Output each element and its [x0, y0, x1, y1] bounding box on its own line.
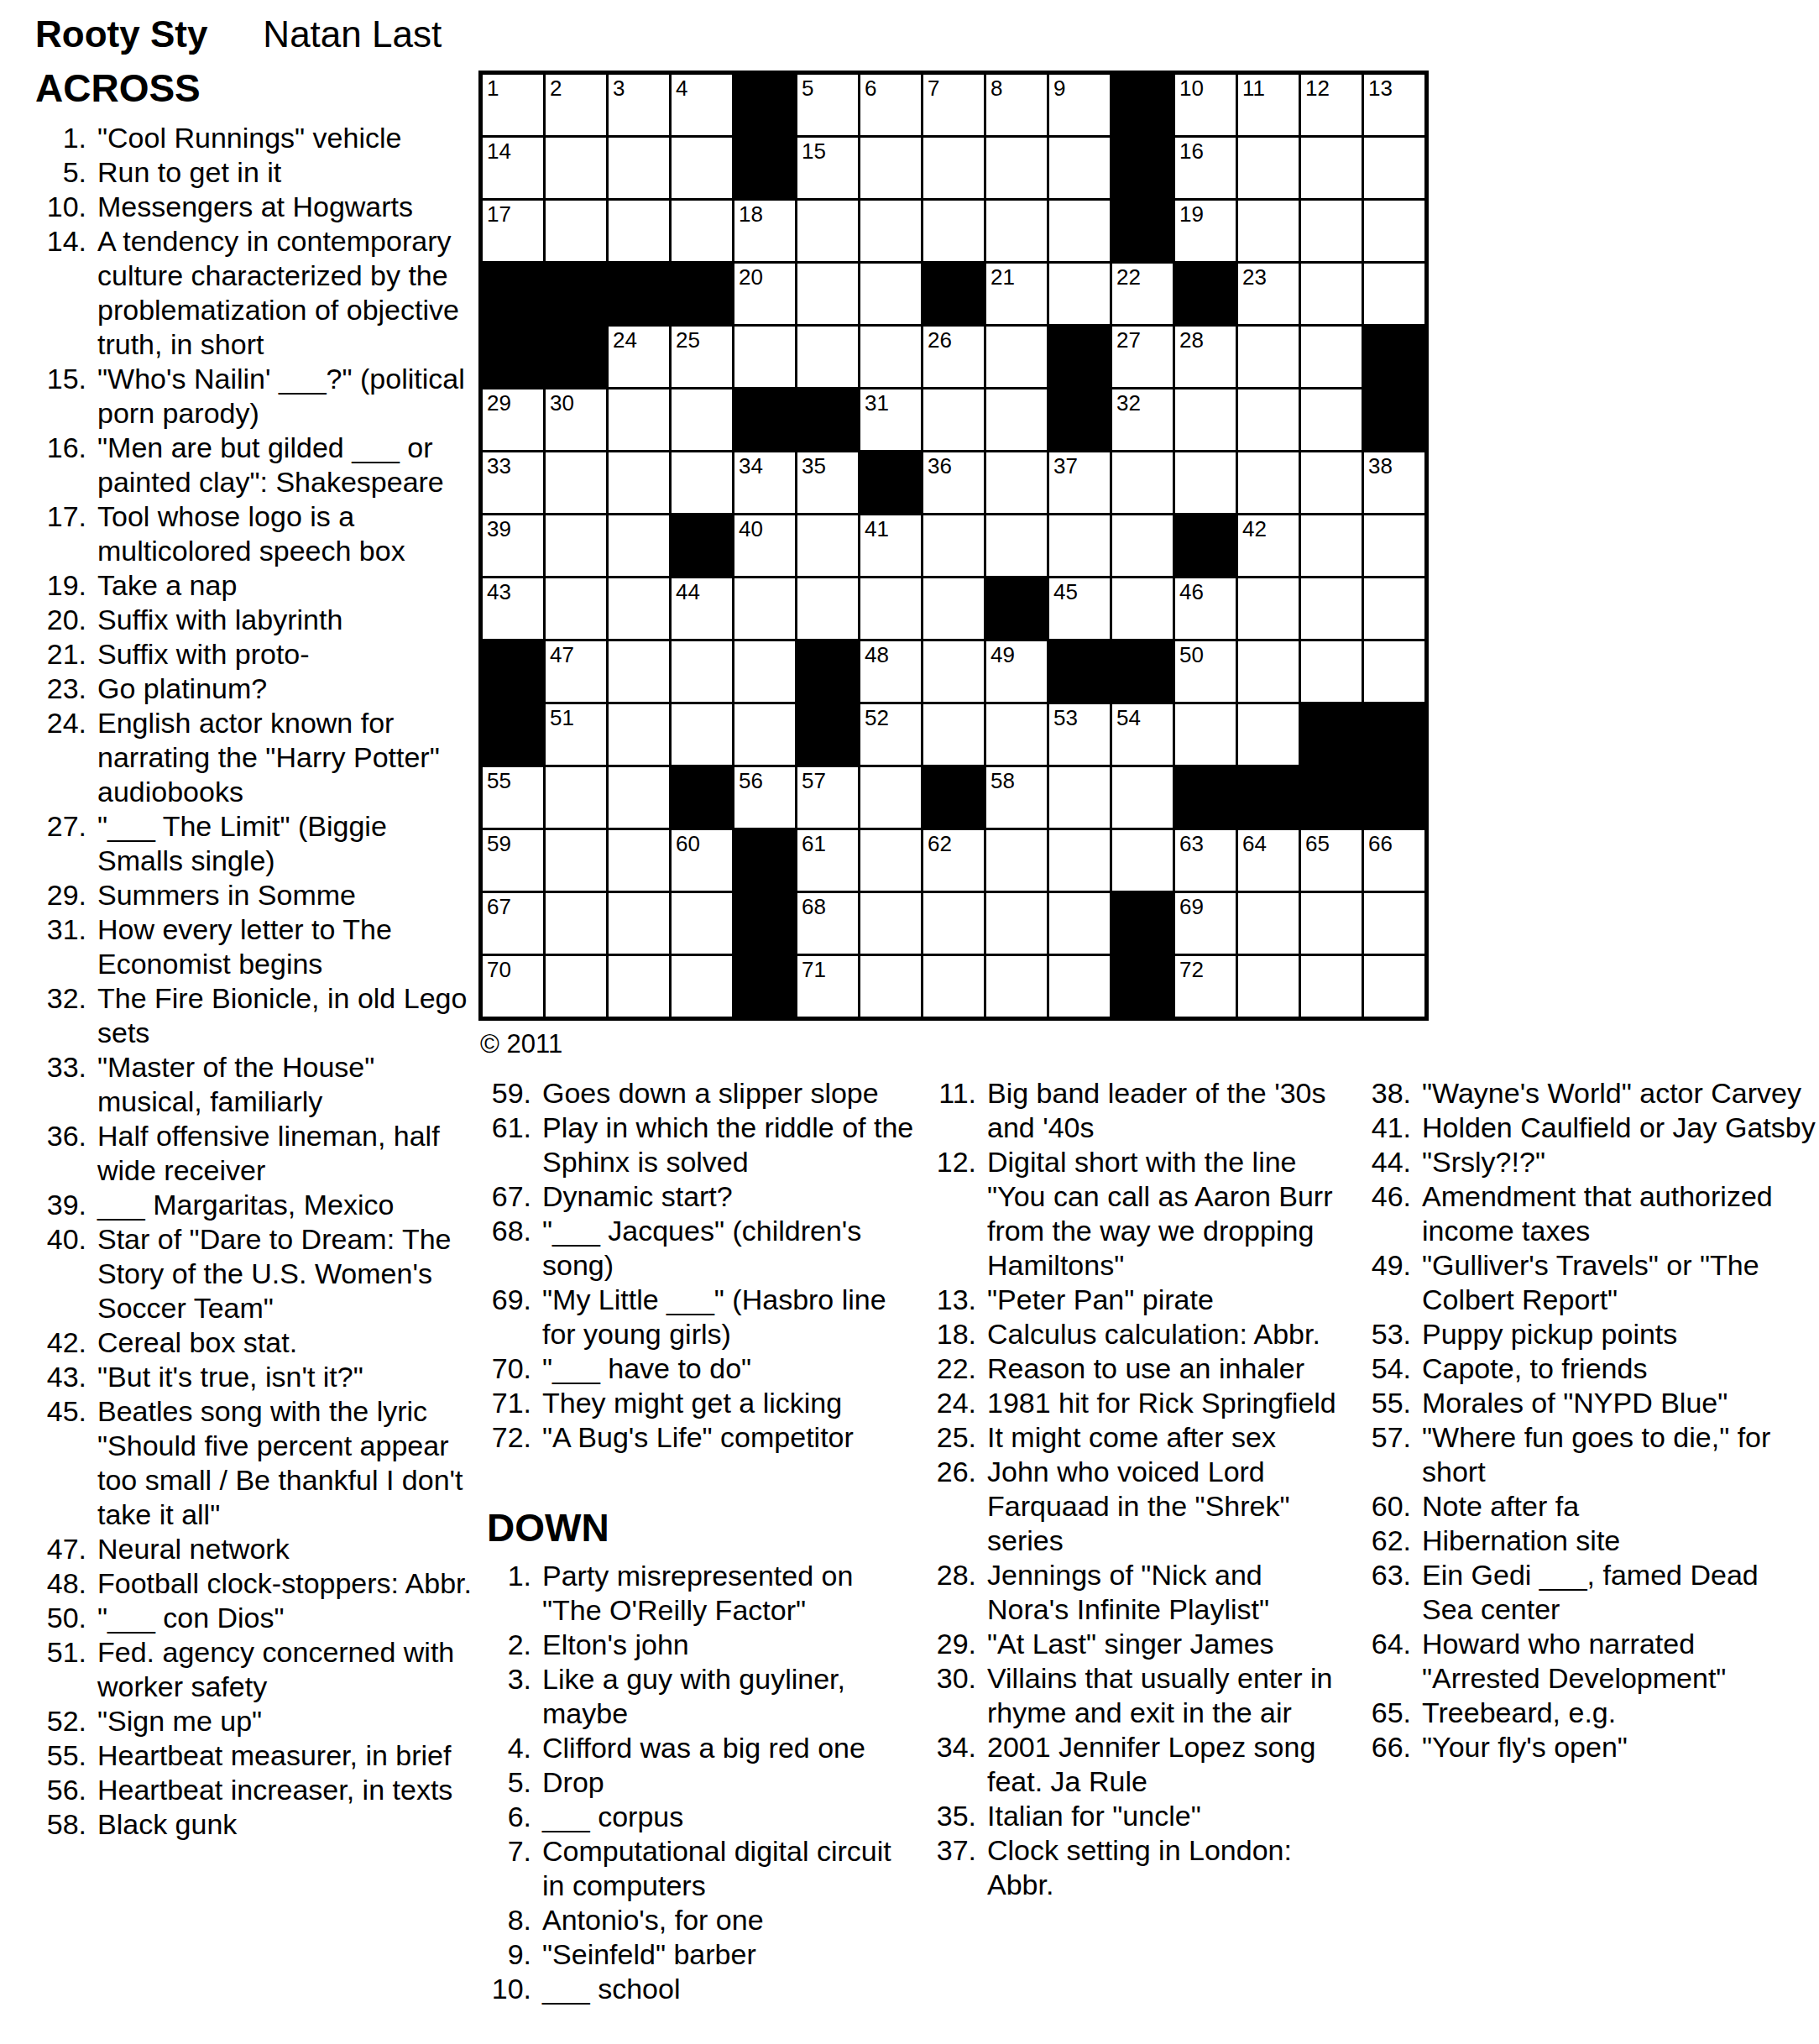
grid-cell-white[interactable] [609, 893, 669, 954]
grid-cell-white[interactable] [609, 767, 669, 828]
clue-text: The Fire Bionicle, in old Lego sets [97, 981, 473, 1050]
clue-across-58: 58.Black gunk [35, 1807, 473, 1842]
clue-text: Take a nap [97, 568, 473, 603]
grid-cell-black [797, 389, 858, 450]
clue-across-16: 16."Men are but gilded ___ or painted cl… [35, 431, 473, 499]
grid-cell-white[interactable] [986, 893, 1047, 954]
grid-cell-white[interactable]: 8 [986, 75, 1047, 135]
grid-cell-black [672, 767, 732, 828]
grid-cell-white[interactable]: 62 [923, 830, 984, 891]
grid-cell-white[interactable] [546, 767, 606, 828]
clue-number: 46. [1368, 1179, 1422, 1248]
grid-cell-white[interactable] [1301, 578, 1362, 639]
grid-cell-white[interactable]: 60 [672, 830, 732, 891]
grid-cell-white[interactable]: 13 [1364, 75, 1424, 135]
grid-cell-white[interactable]: 30 [546, 389, 606, 450]
cell-number: 15 [802, 139, 826, 164]
grid-cell-white[interactable]: 27 [1112, 327, 1173, 387]
cell-number: 55 [487, 768, 511, 793]
grid-cell-white[interactable] [986, 452, 1047, 513]
clue-text: Dynamic start? [542, 1179, 920, 1214]
grid-cell-white[interactable]: 71 [797, 956, 858, 1017]
grid-cell-white[interactable]: 32 [1112, 389, 1173, 450]
clue-across-32: 32.The Fire Bionicle, in old Lego sets [35, 981, 473, 1050]
grid-cell-white[interactable] [1238, 956, 1299, 1017]
grid-cell-white[interactable] [923, 641, 984, 702]
clue-text: "Cool Runnings" vehicle [97, 121, 473, 155]
grid-cell-white[interactable]: 65 [1301, 830, 1362, 891]
grid-cell-white[interactable]: 21 [986, 264, 1047, 324]
grid-cell-white[interactable]: 70 [483, 956, 543, 1017]
grid-cell-black [546, 327, 606, 387]
grid-cell-black [1364, 704, 1424, 765]
grid-cell-white[interactable]: 68 [797, 893, 858, 954]
grid-cell-white[interactable]: 3 [609, 75, 669, 135]
grid-cell-white[interactable] [1301, 264, 1362, 324]
grid-cell-white[interactable]: 31 [860, 389, 921, 450]
grid-cell-white[interactable] [860, 327, 921, 387]
grid-cell-white[interactable] [923, 389, 984, 450]
grid-cell-white[interactable]: 39 [483, 515, 543, 576]
grid-cell-white[interactable]: 6 [860, 75, 921, 135]
grid-cell-white[interactable] [734, 578, 795, 639]
grid-cell-white[interactable] [672, 704, 732, 765]
grid-cell-white[interactable]: 11 [1238, 75, 1299, 135]
grid-cell-white[interactable] [609, 641, 669, 702]
grid-cell-white[interactable] [1238, 704, 1299, 765]
clue-number: 71. [487, 1386, 542, 1420]
clue-text: "Men are but gilded ___ or painted clay"… [97, 431, 473, 499]
grid-cell-white[interactable]: 28 [1175, 327, 1236, 387]
grid-cell-white[interactable]: 26 [923, 327, 984, 387]
grid-cell-white[interactable] [672, 956, 732, 1017]
grid-cell-white[interactable]: 67 [483, 893, 543, 954]
grid-cell-white[interactable]: 50 [1175, 641, 1236, 702]
grid-cell-white[interactable] [1364, 956, 1424, 1017]
grid-cell-white[interactable]: 22 [1112, 264, 1173, 324]
grid-cell-white[interactable] [797, 327, 858, 387]
grid-cell-white[interactable] [672, 893, 732, 954]
down-header: DOWN [487, 1505, 920, 1550]
grid-cell-white[interactable] [1238, 641, 1299, 702]
grid-cell-white[interactable]: 46 [1175, 578, 1236, 639]
grid-cell-white[interactable] [1238, 893, 1299, 954]
cell-number: 32 [1116, 390, 1141, 416]
grid-cell-white[interactable]: 23 [1238, 264, 1299, 324]
cell-number: 59 [487, 831, 511, 856]
grid-cell-white[interactable] [609, 578, 669, 639]
grid-cell-white[interactable]: 19 [1175, 201, 1236, 261]
grid-cell-white[interactable]: 7 [923, 75, 984, 135]
grid-cell-white[interactable] [797, 578, 858, 639]
grid-cell-white[interactable] [734, 704, 795, 765]
grid-cell-white[interactable] [546, 201, 606, 261]
clue-across-5: 5.Run to get in it [35, 155, 473, 190]
grid-cell-white[interactable]: 66 [1364, 830, 1424, 891]
cell-number: 50 [1179, 642, 1204, 667]
clue-text: "___ Jacques" (children's song) [542, 1214, 920, 1283]
grid-cell-white[interactable] [1175, 389, 1236, 450]
grid-cell-white[interactable]: 53 [1049, 704, 1110, 765]
grid-cell-white[interactable]: 35 [797, 452, 858, 513]
grid-cell-white[interactable] [1049, 201, 1110, 261]
grid-cell-white[interactable] [1238, 138, 1299, 198]
grid-cell-white[interactable]: 48 [860, 641, 921, 702]
clue-text: 1981 hit for Rick Springfield [987, 1386, 1336, 1420]
grid-cell-white[interactable] [986, 389, 1047, 450]
grid-cell-white[interactable]: 43 [483, 578, 543, 639]
grid-cell-white[interactable] [1364, 578, 1424, 639]
grid-cell-black [923, 767, 984, 828]
clue-across-59: 59.Goes down a slipper slope [487, 1076, 920, 1111]
grid-cell-white[interactable] [1301, 138, 1362, 198]
grid-cell-white[interactable]: 72 [1175, 956, 1236, 1017]
grid-cell-white[interactable] [1238, 327, 1299, 387]
grid-cell-white[interactable] [797, 201, 858, 261]
clue-text: Suffix with proto- [97, 637, 473, 672]
grid-cell-white[interactable] [923, 578, 984, 639]
clue-across-50: 50."___ con Dios" [35, 1601, 473, 1635]
clue-text: Howard who narrated "Arrested Developmen… [1422, 1627, 1816, 1696]
clue-number: 8. [487, 1903, 542, 1937]
clue-number: 5. [35, 155, 97, 190]
grid-cell-white[interactable] [609, 452, 669, 513]
grid-cell-white[interactable] [1364, 138, 1424, 198]
grid-cell-white[interactable]: 16 [1175, 138, 1236, 198]
grid-cell-white[interactable]: 52 [860, 704, 921, 765]
grid-cell-white[interactable] [1049, 264, 1110, 324]
clue-number: 59. [487, 1076, 542, 1111]
grid-cell-black [734, 830, 795, 891]
grid-cell-white[interactable] [797, 264, 858, 324]
cell-number: 31 [865, 390, 889, 416]
cell-number: 14 [487, 139, 511, 164]
across-clue-list-part1: 1."Cool Runnings" vehicle5.Run to get in… [35, 121, 473, 1842]
clue-number: 40. [35, 1222, 97, 1325]
grid-cell-white[interactable] [609, 704, 669, 765]
grid-cell-white[interactable] [609, 389, 669, 450]
clue-number: 45. [35, 1394, 97, 1532]
grid-cell-white[interactable]: 42 [1238, 515, 1299, 576]
clue-text: How every letter to The Economist begins [97, 912, 473, 981]
clue-text: ___ corpus [542, 1800, 920, 1834]
grid-cell-white[interactable]: 4 [672, 75, 732, 135]
grid-cell-white[interactable]: 49 [986, 641, 1047, 702]
grid-cell-white[interactable] [1112, 578, 1173, 639]
grid-cell-white[interactable] [923, 704, 984, 765]
grid-cell-white[interactable] [986, 830, 1047, 891]
cell-number: 5 [802, 76, 813, 101]
grid-cell-white[interactable]: 5 [797, 75, 858, 135]
grid-cell-white[interactable]: 64 [1238, 830, 1299, 891]
grid-cell-white[interactable] [609, 956, 669, 1017]
grid-cell-white[interactable]: 18 [734, 201, 795, 261]
grid-cell-white[interactable] [546, 578, 606, 639]
clue-number: 24. [928, 1386, 987, 1420]
clue-down-37: 37.Clock setting in London: Abbr. [928, 1833, 1336, 1902]
grid-cell-white[interactable] [1049, 893, 1110, 954]
cell-number: 8 [991, 76, 1002, 101]
grid-cell-white[interactable] [1112, 515, 1173, 576]
grid-cell-white[interactable] [1049, 956, 1110, 1017]
grid-cell-white[interactable]: 40 [734, 515, 795, 576]
grid-cell-black [1112, 893, 1173, 954]
grid-cell-white[interactable]: 69 [1175, 893, 1236, 954]
clue-number: 42. [35, 1325, 97, 1360]
grid-cell-white[interactable] [609, 138, 669, 198]
cell-number: 9 [1053, 76, 1065, 101]
clue-text: Play in which the riddle of the Sphinx i… [542, 1111, 920, 1179]
clue-text: Treebeard, e.g. [1422, 1696, 1816, 1730]
grid-cell-white[interactable] [860, 264, 921, 324]
grid-cell-white[interactable] [734, 641, 795, 702]
cell-number: 13 [1368, 76, 1393, 101]
grid-cell-white[interactable]: 38 [1364, 452, 1424, 513]
grid-cell-white[interactable]: 61 [797, 830, 858, 891]
clue-down-12: 12.Digital short with the line "You can … [928, 1145, 1336, 1283]
grid-cell-white[interactable] [1112, 452, 1173, 513]
grid-cell-white[interactable] [1238, 389, 1299, 450]
cell-number: 28 [1179, 327, 1204, 353]
grid-cell-white[interactable] [1364, 515, 1424, 576]
clue-down-8: 8.Antonio's, for one [487, 1903, 920, 1937]
grid-cell-white[interactable] [672, 201, 732, 261]
grid-cell-white[interactable] [546, 515, 606, 576]
clue-across-21: 21.Suffix with proto- [35, 637, 473, 672]
grid-cell-white[interactable]: 58 [986, 767, 1047, 828]
grid-cell-white[interactable] [1364, 264, 1424, 324]
grid-cell-black [734, 138, 795, 198]
grid-cell-black [1049, 641, 1110, 702]
grid-cell-white[interactable] [546, 893, 606, 954]
grid-cell-white[interactable] [1049, 767, 1110, 828]
grid-cell-white[interactable] [1301, 515, 1362, 576]
grid-cell-white[interactable] [986, 515, 1047, 576]
clue-text: "At Last" singer James [987, 1627, 1336, 1661]
grid-cell-white[interactable] [986, 327, 1047, 387]
grid-cell-white[interactable] [1175, 452, 1236, 513]
grid-cell-white[interactable] [609, 830, 669, 891]
grid-cell-white[interactable]: 29 [483, 389, 543, 450]
grid-cell-white[interactable]: 57 [797, 767, 858, 828]
clue-number: 50. [35, 1601, 97, 1635]
clue-number: 9. [487, 1937, 542, 1972]
grid-cell-white[interactable] [986, 201, 1047, 261]
clue-text: Hibernation site [1422, 1524, 1816, 1558]
clue-down-10: 10.___ school [487, 1972, 920, 2006]
grid-cell-black [1175, 767, 1236, 828]
grid-cell-white[interactable]: 17 [483, 201, 543, 261]
grid-cell-white[interactable] [672, 389, 732, 450]
grid-cell-white[interactable] [546, 452, 606, 513]
clue-number: 16. [35, 431, 97, 499]
grid-cell-white[interactable]: 33 [483, 452, 543, 513]
grid-cell-white[interactable] [1301, 641, 1362, 702]
grid-cell-white[interactable] [1238, 201, 1299, 261]
grid-cell-black [672, 515, 732, 576]
clue-number: 4. [487, 1731, 542, 1765]
grid-cell-white[interactable] [923, 138, 984, 198]
grid-cell-white[interactable]: 41 [860, 515, 921, 576]
clue-down-26: 26.John who voiced Lord Farquaad in the … [928, 1455, 1336, 1558]
grid-cell-white[interactable] [1364, 201, 1424, 261]
grid-cell-white[interactable] [986, 138, 1047, 198]
clue-text: "A Bug's Life" competitor [542, 1420, 920, 1455]
clue-down-55: 55.Morales of "NYPD Blue" [1368, 1386, 1816, 1420]
cell-number: 3 [613, 76, 625, 101]
grid-cell-white[interactable]: 55 [483, 767, 543, 828]
grid-cell-white[interactable] [1301, 893, 1362, 954]
grid-cell-white[interactable] [1364, 641, 1424, 702]
grid-cell-white[interactable] [923, 201, 984, 261]
clue-number: 51. [35, 1635, 97, 1704]
cell-number: 44 [676, 579, 700, 604]
grid-cell-white[interactable]: 15 [797, 138, 858, 198]
clue-down-2: 2.Elton's john [487, 1628, 920, 1662]
grid-cell-white[interactable]: 2 [546, 75, 606, 135]
grid-cell-white[interactable] [860, 578, 921, 639]
clue-down-63: 63.Ein Gedi ___, famed Dead Sea center [1368, 1558, 1816, 1627]
grid-cell-black [483, 704, 543, 765]
clue-text: Calculus calculation: Abbr. [987, 1317, 1336, 1351]
clue-text: Jennings of "Nick and Nora's Infinite Pl… [987, 1558, 1336, 1627]
grid-cell-white[interactable] [860, 830, 921, 891]
grid-cell-white[interactable] [1049, 830, 1110, 891]
clue-down-1: 1.Party misrepresented on "The O'Reilly … [487, 1559, 920, 1628]
grid-cell-white[interactable] [860, 893, 921, 954]
grid-cell-white[interactable]: 47 [546, 641, 606, 702]
clue-text: Italian for "uncle" [987, 1799, 1336, 1833]
clue-text: "Who's Nailin' ___?" (political porn par… [97, 362, 473, 431]
grid-cell-white[interactable] [672, 138, 732, 198]
grid-cell-white[interactable] [734, 327, 795, 387]
grid-cell-white[interactable] [1301, 389, 1362, 450]
grid-cell-white[interactable] [1175, 704, 1236, 765]
grid-cell-white[interactable]: 37 [1049, 452, 1110, 513]
grid-cell-white[interactable] [1049, 138, 1110, 198]
clue-number: 19. [35, 568, 97, 603]
grid-cell-white[interactable] [546, 830, 606, 891]
grid-cell-white[interactable] [672, 641, 732, 702]
grid-cell-white[interactable] [923, 893, 984, 954]
cell-number: 16 [1179, 139, 1204, 164]
clue-number: 21. [35, 637, 97, 672]
grid-cell-white[interactable]: 51 [546, 704, 606, 765]
clue-text: Messengers at Hogwarts [97, 190, 473, 224]
clue-number: 18. [928, 1317, 987, 1351]
clue-number: 61. [487, 1111, 542, 1179]
clue-number: 28. [928, 1558, 987, 1627]
clue-across-55: 55.Heartbeat measurer, in brief [35, 1738, 473, 1773]
clue-number: 35. [928, 1799, 987, 1833]
grid-cell-white[interactable]: 59 [483, 830, 543, 891]
grid-cell-white[interactable]: 20 [734, 264, 795, 324]
grid-cell-white[interactable] [923, 956, 984, 1017]
grid-cell-black [1364, 327, 1424, 387]
grid-cell-white[interactable] [1301, 452, 1362, 513]
grid-cell-white[interactable] [1364, 893, 1424, 954]
grid-cell-white[interactable] [1301, 956, 1362, 1017]
grid-cell-white[interactable] [797, 515, 858, 576]
grid-cell-white[interactable]: 14 [483, 138, 543, 198]
grid-cell-white[interactable] [986, 704, 1047, 765]
grid-cell-white[interactable] [986, 956, 1047, 1017]
grid-cell-white[interactable]: 12 [1301, 75, 1362, 135]
grid-cell-white[interactable]: 54 [1112, 704, 1173, 765]
grid-cell-white[interactable]: 44 [672, 578, 732, 639]
down-clue-list-part1: 1.Party misrepresented on "The O'Reilly … [487, 1559, 920, 2006]
grid-cell-white[interactable]: 45 [1049, 578, 1110, 639]
grid-cell-white[interactable] [1238, 452, 1299, 513]
clue-text: Tool whose logo is a multicolored speech… [97, 499, 473, 568]
clue-across-19: 19.Take a nap [35, 568, 473, 603]
cell-number: 58 [991, 768, 1015, 793]
grid-cell-white[interactable]: 34 [734, 452, 795, 513]
grid-cell-white[interactable] [860, 201, 921, 261]
grid-cell-white[interactable]: 24 [609, 327, 669, 387]
grid-cell-white[interactable]: 1 [483, 75, 543, 135]
grid-cell-white[interactable]: 63 [1175, 830, 1236, 891]
clue-number: 55. [35, 1738, 97, 1773]
grid-cell-white[interactable] [1238, 578, 1299, 639]
grid-cell-white[interactable]: 56 [734, 767, 795, 828]
cell-number: 6 [865, 76, 876, 101]
cell-number: 66 [1368, 831, 1393, 856]
clue-number: 57. [1368, 1420, 1422, 1489]
clue-text: Holden Caulfield or Jay Gatsby [1422, 1111, 1816, 1145]
grid-cell-white[interactable] [860, 138, 921, 198]
cell-number: 12 [1305, 76, 1330, 101]
grid-cell-white[interactable]: 36 [923, 452, 984, 513]
grid-cell-white[interactable] [923, 515, 984, 576]
clue-down-49: 49."Gulliver's Travels" or "The Colbert … [1368, 1248, 1816, 1317]
grid-cell-black [1175, 515, 1236, 576]
grid-cell-white[interactable] [546, 956, 606, 1017]
grid-cell-white[interactable]: 9 [1049, 75, 1110, 135]
grid-cell-white[interactable]: 10 [1175, 75, 1236, 135]
grid-cell-white[interactable] [1112, 830, 1173, 891]
clue-text: Clifford was a big red one [542, 1731, 920, 1765]
clue-number: 44. [1368, 1145, 1422, 1179]
clues-column-4: 38."Wayne's World" actor Carvey41.Holden… [1368, 1076, 1816, 1764]
clue-text: English actor known for narrating the "H… [97, 706, 473, 809]
grid-cell-white[interactable] [1049, 515, 1110, 576]
grid-cell-white[interactable] [1301, 327, 1362, 387]
grid-cell-white[interactable] [672, 452, 732, 513]
clue-text: "Where fun goes to die," for short [1422, 1420, 1816, 1489]
grid-cell-white[interactable] [1112, 767, 1173, 828]
clue-down-41: 41.Holden Caulfield or Jay Gatsby [1368, 1111, 1816, 1145]
grid-cell-white[interactable] [546, 138, 606, 198]
clue-text: "But it's true, isn't it?" [97, 1360, 473, 1394]
grid-cell-white[interactable] [860, 956, 921, 1017]
cell-number: 2 [550, 76, 562, 101]
grid-cell-white[interactable] [860, 767, 921, 828]
grid-cell-white[interactable] [1301, 201, 1362, 261]
clue-across-51: 51.Fed. agency concerned with worker saf… [35, 1635, 473, 1704]
clue-number: 72. [487, 1420, 542, 1455]
clue-across-69: 69."My Little ___" (Hasbro line for youn… [487, 1283, 920, 1351]
grid-cell-white[interactable] [609, 515, 669, 576]
clue-down-34: 34.2001 Jennifer Lopez song feat. Ja Rul… [928, 1730, 1336, 1799]
clue-text: "___ have to do" [542, 1351, 920, 1386]
clue-number: 41. [1368, 1111, 1422, 1145]
grid-cell-white[interactable] [609, 201, 669, 261]
clue-text: Big band leader of the '30s and '40s [987, 1076, 1336, 1145]
grid-cell-white[interactable]: 25 [672, 327, 732, 387]
clue-down-44: 44."Srsly?!?" [1368, 1145, 1816, 1179]
cell-number: 29 [487, 390, 511, 416]
